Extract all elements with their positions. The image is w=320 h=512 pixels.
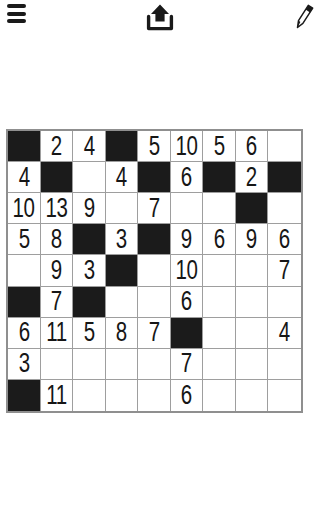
cell-r6c7[interactable]	[203, 287, 236, 318]
cell-r9c5[interactable]	[138, 380, 171, 411]
cell-r3c1[interactable]: 10	[8, 193, 41, 224]
cell-r7c3[interactable]: 5	[73, 318, 106, 349]
cell-r9c3[interactable]	[73, 380, 106, 411]
cell-r4c1[interactable]: 5	[8, 224, 41, 255]
share-button[interactable]	[145, 4, 175, 31]
clue-number: 5	[83, 319, 94, 346]
cell-r7c6[interactable]	[171, 318, 204, 349]
toolbar	[0, 0, 320, 36]
cell-r3c2[interactable]: 13	[41, 193, 74, 224]
cell-r2c3[interactable]	[73, 162, 106, 193]
clue-number: 5	[18, 226, 29, 253]
cell-r9c8[interactable]	[236, 380, 269, 411]
cell-r5c9[interactable]: 7	[268, 255, 301, 286]
cell-r4c5[interactable]	[138, 224, 171, 255]
clue-number: 3	[18, 350, 29, 377]
cell-r4c4[interactable]: 3	[106, 224, 139, 255]
cell-r9c2[interactable]: 11	[41, 380, 74, 411]
cell-r8c7[interactable]	[203, 349, 236, 380]
clue-number: 6	[181, 382, 192, 409]
clue-number: 7	[148, 195, 159, 222]
app-screen: 2451056446210139758396969310776611587437…	[0, 0, 320, 512]
cell-r7c8[interactable]	[236, 318, 269, 349]
cell-r1c6[interactable]: 10	[171, 131, 204, 162]
clue-number: 6	[246, 133, 257, 160]
cell-r5c7[interactable]	[203, 255, 236, 286]
cell-r8c5[interactable]	[138, 349, 171, 380]
clue-number: 10	[176, 133, 198, 160]
cell-r3c8[interactable]	[236, 193, 269, 224]
cell-r9c7[interactable]	[203, 380, 236, 411]
clue-number: 7	[181, 350, 192, 377]
clue-number: 6	[181, 288, 192, 315]
cell-r6c6[interactable]: 6	[171, 287, 204, 318]
cell-r7c2[interactable]: 11	[41, 318, 74, 349]
clue-number: 7	[279, 257, 290, 284]
clue-number: 9	[246, 226, 257, 253]
cell-r2c8[interactable]: 2	[236, 162, 269, 193]
cell-r2c2[interactable]	[41, 162, 74, 193]
cell-r1c7[interactable]: 5	[203, 131, 236, 162]
clue-number: 9	[181, 226, 192, 253]
cell-r2c1[interactable]: 4	[8, 162, 41, 193]
clue-number: 8	[116, 319, 127, 346]
clue-number: 6	[181, 164, 192, 191]
cell-r8c4[interactable]	[106, 349, 139, 380]
cell-r2c7[interactable]	[203, 162, 236, 193]
cell-r9c9[interactable]	[268, 380, 301, 411]
cell-r6c5[interactable]	[138, 287, 171, 318]
menu-button[interactable]	[7, 4, 26, 24]
cell-r8c2[interactable]	[41, 349, 74, 380]
clue-number: 9	[83, 195, 94, 222]
cell-r6c2[interactable]: 7	[41, 287, 74, 318]
pencil-icon	[294, 16, 315, 33]
cell-r9c4[interactable]	[106, 380, 139, 411]
cell-r7c9[interactable]: 4	[268, 318, 301, 349]
cell-r1c2[interactable]: 2	[41, 131, 74, 162]
clue-number: 3	[83, 257, 94, 284]
cell-r6c3[interactable]	[73, 287, 106, 318]
cell-r1c4[interactable]	[106, 131, 139, 162]
clue-number: 6	[18, 319, 29, 346]
clue-number: 3	[116, 226, 127, 253]
cell-r3c7[interactable]	[203, 193, 236, 224]
clue-number: 2	[246, 164, 257, 191]
cell-r7c4[interactable]: 8	[106, 318, 139, 349]
cell-r2c5[interactable]	[138, 162, 171, 193]
cell-r5c2[interactable]: 9	[41, 255, 74, 286]
cell-r6c4[interactable]	[106, 287, 139, 318]
cell-r5c8[interactable]	[236, 255, 269, 286]
cell-r2c6[interactable]: 6	[171, 162, 204, 193]
clue-number: 11	[46, 319, 67, 346]
cell-r2c4[interactable]: 4	[106, 162, 139, 193]
cell-r3c4[interactable]	[106, 193, 139, 224]
cell-r5c6[interactable]: 10	[171, 255, 204, 286]
clue-number: 2	[51, 133, 62, 160]
clue-number: 9	[51, 257, 62, 284]
cell-r6c1[interactable]	[8, 287, 41, 318]
hamburger-icon	[7, 4, 26, 23]
cell-r1c9[interactable]	[268, 131, 301, 162]
cell-r8c6[interactable]: 7	[171, 349, 204, 380]
puzzle-grid: 2451056446210139758396969310776611587437…	[6, 129, 303, 413]
cell-r5c5[interactable]	[138, 255, 171, 286]
cell-r1c5[interactable]: 5	[138, 131, 171, 162]
cell-r2c9[interactable]	[268, 162, 301, 193]
cell-r4c7[interactable]: 6	[203, 224, 236, 255]
clue-number: 5	[148, 133, 159, 160]
clue-number: 4	[18, 164, 29, 191]
cell-r9c6[interactable]: 6	[171, 380, 204, 411]
clue-number: 4	[116, 164, 127, 191]
clue-number: 6	[279, 226, 290, 253]
cell-r6c8[interactable]	[236, 287, 269, 318]
cell-r3c6[interactable]	[171, 193, 204, 224]
cell-r8c3[interactable]	[73, 349, 106, 380]
cell-r7c7[interactable]	[203, 318, 236, 349]
clue-number: 10	[176, 257, 198, 284]
cell-r4c8[interactable]: 9	[236, 224, 269, 255]
edit-button[interactable]	[294, 3, 315, 30]
clue-number: 7	[148, 319, 159, 346]
cell-r4c2[interactable]: 8	[41, 224, 74, 255]
cell-r5c4[interactable]	[106, 255, 139, 286]
cell-r3c5[interactable]: 7	[138, 193, 171, 224]
cell-r6c9[interactable]	[268, 287, 301, 318]
cell-r8c9[interactable]	[268, 349, 301, 380]
cell-r9c1[interactable]	[8, 380, 41, 411]
cell-r8c1[interactable]: 3	[8, 349, 41, 380]
clue-number: 11	[46, 382, 67, 409]
cell-r7c5[interactable]: 7	[138, 318, 171, 349]
clue-number: 8	[51, 226, 62, 253]
clue-number: 10	[13, 195, 35, 222]
cell-r1c8[interactable]: 6	[236, 131, 269, 162]
cell-r7c1[interactable]: 6	[8, 318, 41, 349]
cell-r4c6[interactable]: 9	[171, 224, 204, 255]
cell-r5c3[interactable]: 3	[73, 255, 106, 286]
clue-number: 6	[214, 226, 225, 253]
clue-number: 4	[83, 133, 94, 160]
clue-number: 7	[51, 288, 62, 315]
cell-r3c3[interactable]: 9	[73, 193, 106, 224]
cell-r5c1[interactable]	[8, 255, 41, 286]
cell-r1c3[interactable]: 4	[73, 131, 106, 162]
cell-r1c1[interactable]	[8, 131, 41, 162]
cell-r8c8[interactable]	[236, 349, 269, 380]
cell-r4c9[interactable]: 6	[268, 224, 301, 255]
cell-r4c3[interactable]	[73, 224, 106, 255]
upload-icon	[145, 17, 175, 34]
clue-number: 13	[45, 195, 67, 222]
clue-number: 5	[214, 133, 225, 160]
cell-r3c9[interactable]	[268, 193, 301, 224]
clue-number: 4	[279, 319, 290, 346]
